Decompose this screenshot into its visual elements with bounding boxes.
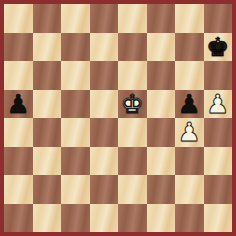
- square-a8[interactable]: [4, 4, 33, 33]
- square-f3[interactable]: [147, 147, 176, 176]
- square-h4[interactable]: [204, 118, 233, 147]
- square-a2[interactable]: [4, 175, 33, 204]
- square-c5[interactable]: [61, 90, 90, 119]
- square-g4[interactable]: ♟: [175, 118, 204, 147]
- square-e7[interactable]: [118, 33, 147, 62]
- square-b2[interactable]: [33, 175, 62, 204]
- square-a6[interactable]: [4, 61, 33, 90]
- square-e6[interactable]: [118, 61, 147, 90]
- square-b6[interactable]: [33, 61, 62, 90]
- square-a3[interactable]: [4, 147, 33, 176]
- square-e2[interactable]: [118, 175, 147, 204]
- square-g6[interactable]: [175, 61, 204, 90]
- square-g1[interactable]: [175, 204, 204, 233]
- square-f4[interactable]: [147, 118, 176, 147]
- square-a5[interactable]: ♟: [4, 90, 33, 119]
- square-b7[interactable]: [33, 33, 62, 62]
- square-d8[interactable]: [90, 4, 119, 33]
- square-c6[interactable]: [61, 61, 90, 90]
- square-d7[interactable]: [90, 33, 119, 62]
- square-b3[interactable]: [33, 147, 62, 176]
- square-a1[interactable]: [4, 204, 33, 233]
- square-c3[interactable]: [61, 147, 90, 176]
- square-d2[interactable]: [90, 175, 119, 204]
- white-pawn[interactable]: ♟: [178, 118, 201, 146]
- square-f1[interactable]: [147, 204, 176, 233]
- square-a7[interactable]: [4, 33, 33, 62]
- white-pawn[interactable]: ♟: [206, 90, 229, 118]
- square-g5[interactable]: ♟: [175, 90, 204, 119]
- square-g3[interactable]: [175, 147, 204, 176]
- square-h6[interactable]: [204, 61, 233, 90]
- square-e8[interactable]: [118, 4, 147, 33]
- square-b1[interactable]: [33, 204, 62, 233]
- black-pawn[interactable]: ♟: [178, 90, 201, 118]
- square-g7[interactable]: [175, 33, 204, 62]
- square-d4[interactable]: [90, 118, 119, 147]
- square-a4[interactable]: [4, 118, 33, 147]
- square-d6[interactable]: [90, 61, 119, 90]
- square-g2[interactable]: [175, 175, 204, 204]
- black-pawn[interactable]: ♟: [7, 90, 30, 118]
- square-c8[interactable]: [61, 4, 90, 33]
- square-e1[interactable]: [118, 204, 147, 233]
- square-h8[interactable]: [204, 4, 233, 33]
- square-c1[interactable]: [61, 204, 90, 233]
- square-c2[interactable]: [61, 175, 90, 204]
- square-d5[interactable]: [90, 90, 119, 119]
- square-b5[interactable]: [33, 90, 62, 119]
- square-c4[interactable]: [61, 118, 90, 147]
- square-h2[interactable]: [204, 175, 233, 204]
- square-b4[interactable]: [33, 118, 62, 147]
- square-f6[interactable]: [147, 61, 176, 90]
- chess-board: ♚♟♚♟♟♟: [4, 4, 232, 232]
- square-d1[interactable]: [90, 204, 119, 233]
- chess-board-frame: ♚♟♚♟♟♟: [0, 0, 236, 236]
- square-f8[interactable]: [147, 4, 176, 33]
- square-h5[interactable]: ♟: [204, 90, 233, 119]
- square-f7[interactable]: [147, 33, 176, 62]
- square-d3[interactable]: [90, 147, 119, 176]
- square-c7[interactable]: [61, 33, 90, 62]
- square-e4[interactable]: [118, 118, 147, 147]
- square-e3[interactable]: [118, 147, 147, 176]
- square-b8[interactable]: [33, 4, 62, 33]
- square-h3[interactable]: [204, 147, 233, 176]
- square-g8[interactable]: [175, 4, 204, 33]
- square-h7[interactable]: ♚: [204, 33, 233, 62]
- square-h1[interactable]: [204, 204, 233, 233]
- square-f2[interactable]: [147, 175, 176, 204]
- square-f5[interactable]: [147, 90, 176, 119]
- white-king[interactable]: ♚: [121, 90, 144, 118]
- square-e5[interactable]: ♚: [118, 90, 147, 119]
- black-king[interactable]: ♚: [206, 33, 229, 61]
